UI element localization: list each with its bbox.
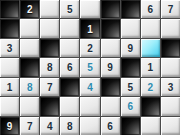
cell-r0c4[interactable] (80, 0, 99, 18)
clue-number: 9 (7, 122, 13, 132)
cell-r1c0[interactable] (0, 19, 19, 37)
cell-r4c7[interactable]: 2 (141, 78, 160, 96)
cell-r1c6[interactable] (121, 19, 140, 37)
clue-number: 1 (148, 63, 154, 73)
cell-r5c3[interactable] (60, 97, 79, 115)
cell-r0c7[interactable]: 6 (141, 0, 160, 18)
cell-r0c8[interactable]: 7 (161, 0, 180, 18)
cell-r1c2[interactable] (40, 19, 59, 37)
clue-number: 8 (67, 122, 73, 132)
cell-r3c8[interactable] (161, 58, 180, 76)
clue-number: 2 (87, 44, 93, 54)
clue-number: 5 (87, 63, 93, 73)
cell-r5c5[interactable] (101, 97, 120, 115)
cell-r6c8[interactable] (161, 117, 180, 135)
cell-r3c6[interactable] (121, 58, 140, 76)
clue-number: 4 (47, 122, 53, 132)
cell-r1c4[interactable]: 1 (80, 19, 99, 37)
cell-r0c6[interactable] (121, 0, 140, 18)
clue-number: 6 (127, 102, 133, 112)
cell-r6c3[interactable]: 8 (60, 117, 79, 135)
cell-r2c4[interactable]: 2 (80, 39, 99, 57)
clue-number: 4 (87, 83, 93, 93)
cell-r4c2[interactable]: 7 (40, 78, 59, 96)
clue-number: 7 (27, 122, 33, 132)
clue-number: 5 (127, 83, 133, 93)
cell-r2c5[interactable] (101, 39, 120, 57)
selected-cell-r2c7[interactable] (141, 39, 160, 57)
cell-r6c7[interactable] (141, 117, 160, 135)
cell-r0c0[interactable] (0, 0, 19, 18)
cell-r2c8[interactable] (161, 39, 180, 57)
cell-r6c6[interactable] (121, 117, 140, 135)
cell-r3c2[interactable]: 8 (40, 58, 59, 76)
clue-number: 7 (47, 83, 53, 93)
cell-r5c6[interactable]: 6 (121, 97, 140, 115)
cell-r1c8[interactable] (161, 19, 180, 37)
clue-number: 3 (7, 44, 13, 54)
cell-r6c0[interactable]: 9 (0, 117, 19, 135)
cell-r6c5[interactable]: 6 (101, 117, 120, 135)
clue-number: 6 (107, 122, 113, 132)
cell-r4c6[interactable]: 5 (121, 78, 140, 96)
cell-r5c0[interactable] (0, 97, 19, 115)
cell-r4c1[interactable]: 8 (20, 78, 39, 96)
cell-r6c4[interactable] (80, 117, 99, 135)
cell-r4c8[interactable]: 3 (161, 78, 180, 96)
cell-r0c1[interactable]: 2 (20, 0, 39, 18)
cell-r2c1[interactable] (20, 39, 39, 57)
cell-r1c7[interactable] (141, 19, 160, 37)
cell-r3c5[interactable]: 9 (101, 58, 120, 76)
cell-r0c3[interactable]: 5 (60, 0, 79, 18)
cell-r5c2[interactable] (40, 97, 59, 115)
clue-number: 6 (148, 5, 154, 15)
clue-number: 1 (87, 25, 93, 35)
cell-r1c5[interactable] (101, 19, 120, 37)
cell-r5c4[interactable] (80, 97, 99, 115)
cell-r1c3[interactable] (60, 19, 79, 37)
clue-number: 9 (107, 63, 113, 73)
clue-number: 2 (148, 83, 154, 93)
cell-r1c1[interactable] (20, 19, 39, 37)
clue-number: 3 (168, 83, 174, 93)
clue-number: 1 (7, 83, 13, 93)
cell-r4c3[interactable] (60, 78, 79, 96)
clue-number: 8 (47, 63, 53, 73)
clue-number: 2 (27, 5, 33, 15)
cell-r3c1[interactable] (20, 58, 39, 76)
cell-r2c0[interactable]: 3 (0, 39, 19, 57)
clue-number: 6 (67, 63, 73, 73)
cell-r2c6[interactable]: 9 (121, 39, 140, 57)
clue-number: 5 (67, 5, 73, 15)
mosaic-board: 25671329865911874523697486 (0, 0, 180, 135)
cell-r4c0[interactable]: 1 (0, 78, 19, 96)
cell-r0c5[interactable] (101, 0, 120, 18)
cell-r6c2[interactable]: 4 (40, 117, 59, 135)
cell-r3c4[interactable]: 5 (80, 58, 99, 76)
clue-number: 7 (168, 5, 174, 15)
cell-r4c4[interactable]: 4 (80, 78, 99, 96)
cell-r2c2[interactable] (40, 39, 59, 57)
cell-r0c2[interactable] (40, 0, 59, 18)
cell-r5c8[interactable] (161, 97, 180, 115)
cell-r2c3[interactable] (60, 39, 79, 57)
cell-r4c5[interactable] (101, 78, 120, 96)
clue-number: 9 (127, 44, 133, 54)
cell-r5c7[interactable] (141, 97, 160, 115)
cell-r6c1[interactable]: 7 (20, 117, 39, 135)
cell-r3c0[interactable] (0, 58, 19, 76)
cell-r3c3[interactable]: 6 (60, 58, 79, 76)
clue-number: 8 (27, 83, 33, 93)
cell-r5c1[interactable] (20, 97, 39, 115)
cell-r3c7[interactable]: 1 (141, 58, 160, 76)
